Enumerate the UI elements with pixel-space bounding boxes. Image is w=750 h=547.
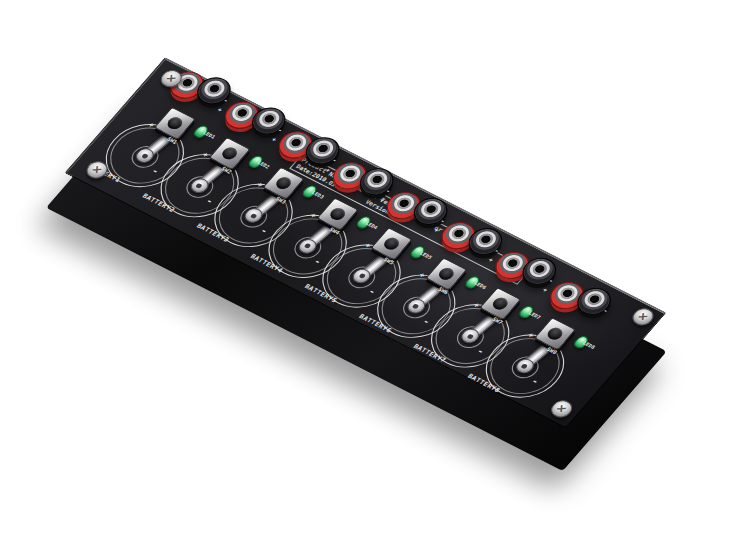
phillips-cross-icon: ✕ [554, 403, 569, 415]
led-label: LED8 [581, 341, 595, 350]
phillips-cross-icon: ✕ [635, 311, 650, 323]
product-photo: Product Name:8-Channel Testing Holder fo… [0, 0, 750, 547]
phillips-cross-icon: ✕ [163, 72, 178, 84]
phillips-cross-icon: ✕ [89, 164, 104, 176]
corner-screw-bottom-right: ✕ [547, 397, 577, 420]
corner-screw-top-right: ✕ [628, 305, 658, 328]
